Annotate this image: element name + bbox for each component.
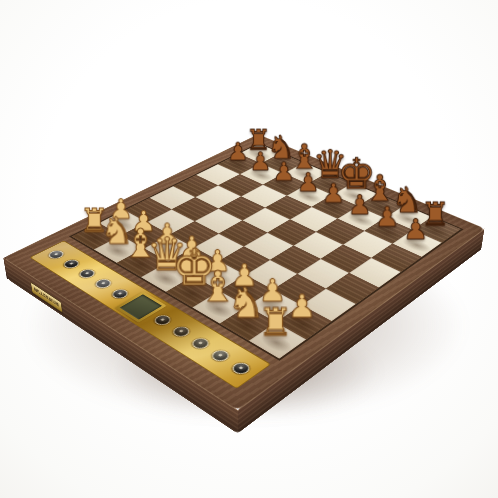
lcd-screen [120,294,162,319]
product-photo-stage: ♜♞♝♛♚♝♞♜♟♟♟♟♟♟♟♟♟♟♟♟♟♟♟♟♜♞♝♛♚♝♞♜ MILLENN… [0,0,498,498]
button-symbol-icon [238,366,243,369]
panel-button-right-1[interactable] [151,313,173,327]
panel-button-left-4[interactable] [93,278,114,290]
button-symbol-icon [101,282,106,285]
button-symbol-icon [179,330,184,333]
panel-button-left-1[interactable] [46,249,66,260]
button-symbol-icon [198,341,203,344]
panel-button-right-2[interactable] [170,325,193,339]
panel-button-right-5[interactable] [229,361,253,377]
panel-button-right-3[interactable] [189,336,212,351]
black-pawn-icon: ♟ [398,216,433,244]
button-symbol-icon [54,253,58,255]
panel-button-left-5[interactable] [109,288,131,301]
white-rook-icon: ♜ [255,303,296,341]
panel-button-left-2[interactable] [61,258,82,270]
button-symbol-icon [118,292,123,295]
button-symbol-icon [218,354,223,357]
button-symbol-icon [69,262,73,264]
panel-button-left-3[interactable] [77,268,98,280]
button-symbol-icon [85,272,89,275]
panel-button-right-4[interactable] [209,348,232,363]
button-symbol-icon [160,318,165,321]
